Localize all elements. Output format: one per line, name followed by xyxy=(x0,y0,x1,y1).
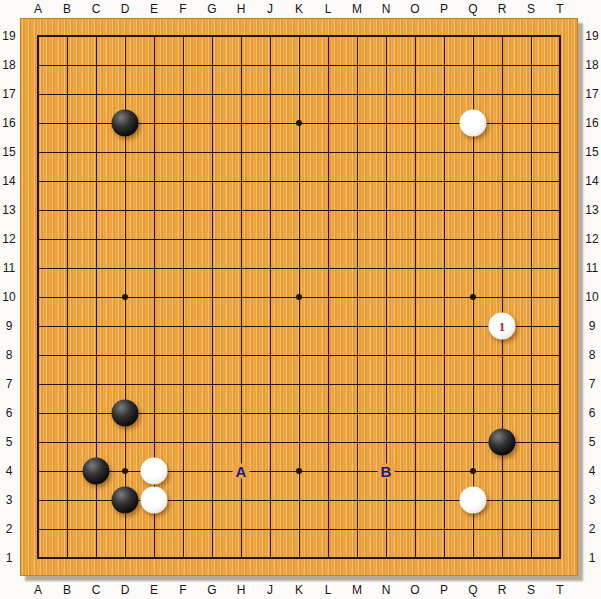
coord-top-K: K xyxy=(295,3,303,15)
coord-bottom-P: P xyxy=(440,584,448,596)
coord-bottom-G: G xyxy=(207,584,216,596)
coord-top-D: D xyxy=(121,3,130,15)
coords-top: ABCDEFGHJKLMNOPQRST xyxy=(38,2,560,16)
stone-black-D3[interactable] xyxy=(112,487,139,514)
coord-left-12: 12 xyxy=(2,233,15,245)
coord-top-Q: Q xyxy=(468,3,477,15)
board-grid: 1AB xyxy=(38,36,560,558)
coord-top-N: N xyxy=(382,3,391,15)
coord-right-16: 16 xyxy=(585,117,598,129)
coord-left-8: 8 xyxy=(6,349,13,361)
stone-white-R9[interactable]: 1 xyxy=(489,313,516,340)
coord-left-5: 5 xyxy=(6,436,13,448)
coord-right-8: 8 xyxy=(589,349,596,361)
star-point-K16 xyxy=(296,120,302,126)
coord-left-17: 17 xyxy=(2,88,15,100)
coord-left-9: 9 xyxy=(6,320,13,332)
grid-line-vertical xyxy=(415,36,416,558)
grid-line-vertical xyxy=(444,36,445,558)
coord-right-2: 2 xyxy=(589,523,596,535)
coord-right-3: 3 xyxy=(589,494,596,506)
star-point-K10 xyxy=(296,294,302,300)
stone-white-Q3[interactable] xyxy=(460,487,487,514)
coord-bottom-A: A xyxy=(34,584,42,596)
grid-line-vertical xyxy=(502,36,503,558)
coord-top-F: F xyxy=(179,3,186,15)
coord-left-11: 11 xyxy=(3,262,15,274)
coord-bottom-E: E xyxy=(150,584,158,596)
coord-bottom-T: T xyxy=(556,584,563,596)
coord-left-4: 4 xyxy=(6,465,13,477)
star-point-D4 xyxy=(122,468,128,474)
coord-left-3: 3 xyxy=(6,494,13,506)
coord-top-B: B xyxy=(63,3,71,15)
coord-right-12: 12 xyxy=(585,233,598,245)
coord-right-5: 5 xyxy=(589,436,596,448)
coord-right-18: 18 xyxy=(585,59,598,71)
coord-top-A: A xyxy=(34,3,42,15)
coord-bottom-M: M xyxy=(352,584,362,596)
coord-left-2: 2 xyxy=(6,523,13,535)
coord-top-P: P xyxy=(440,3,448,15)
coord-bottom-O: O xyxy=(410,584,419,596)
coord-top-S: S xyxy=(527,3,535,15)
stone-black-D16[interactable] xyxy=(112,110,139,137)
coords-bottom: ABCDEFGHJKLMNOPQRST xyxy=(38,583,560,597)
coord-bottom-C: C xyxy=(92,584,101,596)
stone-white-E3[interactable] xyxy=(141,487,168,514)
coord-bottom-H: H xyxy=(237,584,246,596)
stone-black-C4[interactable] xyxy=(83,458,110,485)
coord-top-E: E xyxy=(150,3,158,15)
coord-top-O: O xyxy=(410,3,419,15)
coord-right-17: 17 xyxy=(585,88,598,100)
star-point-K4 xyxy=(296,468,302,474)
grid-line-horizontal xyxy=(38,529,560,530)
coord-top-J: J xyxy=(267,3,273,15)
point-label-H4[interactable]: A xyxy=(233,464,250,479)
coord-bottom-R: R xyxy=(498,584,507,596)
coord-bottom-B: B xyxy=(63,584,71,596)
go-diagram: ABCDEFGHJKLMNOPQRST ABCDEFGHJKLMNOPQRST … xyxy=(0,0,601,599)
coord-left-1: 1 xyxy=(6,552,13,564)
stone-white-E4[interactable] xyxy=(141,458,168,485)
point-label-N4[interactable]: B xyxy=(378,464,395,479)
coord-bottom-Q: Q xyxy=(468,584,477,596)
grid-line-horizontal xyxy=(38,384,560,385)
coord-right-9: 9 xyxy=(589,320,596,332)
coord-top-C: C xyxy=(92,3,101,15)
coord-right-1: 1 xyxy=(589,552,596,564)
grid-line-horizontal xyxy=(38,355,560,356)
coord-right-10: 10 xyxy=(585,291,598,303)
coord-right-14: 14 xyxy=(585,175,598,187)
coord-right-19: 19 xyxy=(585,30,598,42)
coord-top-L: L xyxy=(325,3,332,15)
star-point-Q4 xyxy=(470,468,476,474)
stone-white-Q16[interactable] xyxy=(460,110,487,137)
coord-right-13: 13 xyxy=(585,204,598,216)
coord-left-16: 16 xyxy=(2,117,15,129)
coord-bottom-F: F xyxy=(179,584,186,596)
star-point-D10 xyxy=(122,294,128,300)
stone-black-D6[interactable] xyxy=(112,400,139,427)
coord-left-7: 7 xyxy=(6,378,13,390)
coords-right: 19181716151413121110987654321 xyxy=(584,36,600,558)
grid-line-horizontal xyxy=(38,442,560,443)
grid-line-vertical xyxy=(386,36,387,558)
coord-left-14: 14 xyxy=(2,175,15,187)
grid-line-horizontal xyxy=(38,558,560,559)
coord-left-13: 13 xyxy=(2,204,15,216)
coord-right-15: 15 xyxy=(585,146,598,158)
grid-line-horizontal xyxy=(38,326,560,327)
coord-bottom-L: L xyxy=(325,584,332,596)
go-board[interactable]: 1AB xyxy=(20,18,578,576)
coord-bottom-K: K xyxy=(295,584,303,596)
coord-left-19: 19 xyxy=(2,30,15,42)
coord-right-6: 6 xyxy=(589,407,596,419)
coord-left-6: 6 xyxy=(6,407,13,419)
coord-right-7: 7 xyxy=(589,378,596,390)
move-number: 1 xyxy=(499,320,506,333)
coord-left-15: 15 xyxy=(2,146,15,158)
star-point-Q10 xyxy=(470,294,476,300)
coord-top-T: T xyxy=(556,3,563,15)
coords-left: 19181716151413121110987654321 xyxy=(1,36,17,558)
coord-top-G: G xyxy=(207,3,216,15)
coord-bottom-J: J xyxy=(267,584,273,596)
grid-line-vertical xyxy=(560,36,561,558)
grid-line-vertical xyxy=(531,36,532,558)
coord-left-18: 18 xyxy=(2,59,15,71)
coord-top-H: H xyxy=(237,3,246,15)
coord-bottom-N: N xyxy=(382,584,391,596)
coord-bottom-S: S xyxy=(527,584,535,596)
coord-left-10: 10 xyxy=(2,291,15,303)
coord-right-4: 4 xyxy=(589,465,596,477)
stone-black-R5[interactable] xyxy=(489,429,516,456)
coord-right-11: 11 xyxy=(586,262,598,274)
coord-bottom-D: D xyxy=(121,584,130,596)
coord-top-R: R xyxy=(498,3,507,15)
grid-line-vertical xyxy=(328,36,329,558)
grid-line-vertical xyxy=(357,36,358,558)
coord-top-M: M xyxy=(352,3,362,15)
